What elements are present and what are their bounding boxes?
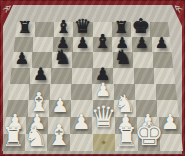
square-g6[interactable] (133, 52, 153, 68)
square-a5[interactable] (10, 68, 31, 84)
piece-white-king[interactable]: ♚ (134, 117, 164, 150)
square-d5[interactable] (72, 68, 93, 84)
piece-black-pawn[interactable]: ♟ (15, 51, 29, 67)
square-c5[interactable] (51, 68, 72, 84)
piece-black-queen[interactable]: ♛ (74, 17, 91, 36)
piece-white-pawn[interactable]: ♟ (95, 81, 112, 99)
piece-black-bishop[interactable]: ♝ (94, 32, 111, 51)
piece-black-pawn[interactable]: ♟ (155, 36, 168, 51)
square-e1[interactable] (93, 134, 116, 151)
square-d4[interactable] (71, 84, 92, 100)
square-d6[interactable] (72, 52, 92, 68)
piece-white-knight[interactable]: ♞ (24, 123, 49, 151)
piece-black-knight[interactable]: ♞ (53, 47, 71, 67)
piece-black-rook[interactable]: ♜ (18, 20, 32, 36)
piece-black-pawn[interactable]: ♟ (33, 66, 48, 83)
square-f5[interactable] (113, 68, 134, 84)
piece-white-pawn[interactable]: ♟ (72, 112, 91, 133)
square-h6[interactable] (153, 52, 173, 68)
piece-black-knight[interactable]: ♞ (114, 47, 132, 67)
piece-black-pawn[interactable]: ♟ (76, 36, 89, 51)
piece-white-pawn[interactable]: ♟ (51, 96, 69, 116)
piece-white-rook[interactable]: ♜ (2, 124, 25, 150)
square-d1[interactable] (70, 134, 93, 151)
piece-black-pawn[interactable]: ♟ (135, 36, 148, 51)
piece-white-queen[interactable]: ♛ (90, 103, 117, 133)
square-h4[interactable] (156, 84, 177, 100)
square-g4[interactable] (135, 84, 156, 100)
piece-white-bishop[interactable]: ♝ (46, 121, 72, 150)
chess-board[interactable]: ✦♜♝♛♜♚♟♟♝♟♟♟♟♞♞♟♟♟♝♟♞♟♟♟♛♟♟♟♜♞♝♜♚ (0, 0, 185, 156)
square-h5[interactable] (154, 68, 175, 84)
square-b7[interactable] (33, 37, 53, 52)
chess-app-window: ≫ ≫ ✦♜♝♛♜♚♟♟♝♟♟♟♟♞♞♟♟♟♝♟♞♟♟♟♛♟♟♟♜♞♝♜♚ (0, 0, 185, 156)
square-g5[interactable] (134, 68, 155, 84)
piece-black-king[interactable]: ♚ (132, 16, 150, 36)
square-b8[interactable] (35, 22, 54, 37)
